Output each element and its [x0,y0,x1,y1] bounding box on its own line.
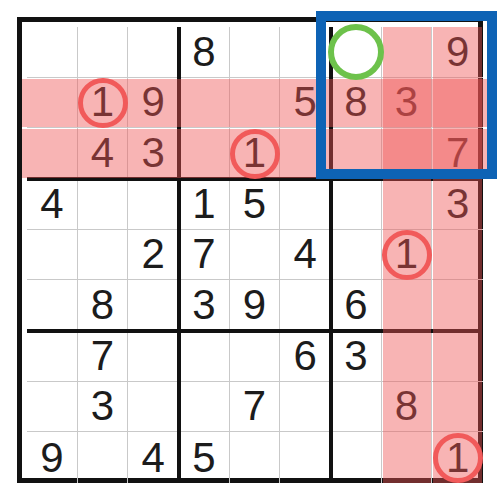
cell-r9c4[interactable]: 5 [179,432,230,483]
cell-r2c8[interactable]: 3 [382,78,433,129]
cell-r3c8[interactable] [382,128,433,179]
cell-r1c6[interactable] [280,27,331,78]
cell-r8c9[interactable] [432,382,483,433]
cell-r1c4[interactable]: 8 [179,27,230,78]
cell-r3c9[interactable]: 7 [432,128,483,179]
cell-r5c4[interactable]: 7 [179,230,230,281]
cell-r2c6[interactable]: 5 [280,78,331,129]
cell-r6c4[interactable]: 3 [179,280,230,331]
sudoku-grid: 891958343174153274183967633789451 [27,27,483,483]
cell-r8c2[interactable]: 3 [78,382,129,433]
cell-r5c8[interactable]: 1 [382,230,433,281]
cell-r8c3[interactable] [128,382,179,433]
cell-r4c5[interactable]: 5 [230,179,281,230]
cell-r4c4[interactable]: 1 [179,179,230,230]
cell-r9c3[interactable]: 4 [128,432,179,483]
cell-r2c3[interactable]: 9 [128,78,179,129]
cell-r9c9[interactable]: 1 [432,432,483,483]
cell-r6c8[interactable] [382,280,433,331]
cell-r1c5[interactable] [230,27,281,78]
cell-r9c1[interactable]: 9 [27,432,78,483]
cell-r7c8[interactable] [382,331,433,382]
cell-r7c6[interactable]: 6 [280,331,331,382]
cell-r8c4[interactable] [179,382,230,433]
cell-r4c6[interactable] [280,179,331,230]
cell-r4c3[interactable] [128,179,179,230]
cell-r3c1[interactable] [27,128,78,179]
sudoku-board: 891958343174153274183967633789451 [17,17,483,483]
cell-r6c2[interactable]: 8 [78,280,129,331]
cell-r7c4[interactable] [179,331,230,382]
block-divider-vertical-1 [177,27,181,483]
cell-r9c6[interactable] [280,432,331,483]
cell-r4c9[interactable]: 3 [432,179,483,230]
block-divider-horizontal-1 [27,177,483,181]
cell-r1c9[interactable]: 9 [432,27,483,78]
cell-r5c3[interactable]: 2 [128,230,179,281]
cell-r6c6[interactable] [280,280,331,331]
cell-r4c1[interactable]: 4 [27,179,78,230]
cell-r9c5[interactable] [230,432,281,483]
cell-r6c7[interactable]: 6 [331,280,382,331]
cell-r7c3[interactable] [128,331,179,382]
cell-r8c6[interactable] [280,382,331,433]
block-divider-vertical-2 [329,27,333,483]
cell-r6c9[interactable] [432,280,483,331]
cell-r3c7[interactable] [331,128,382,179]
cell-r7c5[interactable] [230,331,281,382]
cell-r9c8[interactable] [382,432,433,483]
cell-r2c2[interactable]: 1 [78,78,129,129]
cell-r4c7[interactable] [331,179,382,230]
cell-r5c2[interactable] [78,230,129,281]
cell-r6c3[interactable] [128,280,179,331]
cell-r5c9[interactable] [432,230,483,281]
cell-r5c5[interactable] [230,230,281,281]
cell-r5c7[interactable] [331,230,382,281]
sudoku-app: 891958343174153274183967633789451 [0,0,500,500]
cell-r3c2[interactable]: 4 [78,128,129,179]
cell-r8c8[interactable]: 8 [382,382,433,433]
cell-r3c6[interactable] [280,128,331,179]
cell-r2c5[interactable] [230,78,281,129]
cell-r8c7[interactable] [331,382,382,433]
cell-r2c1[interactable] [27,78,78,129]
cell-r7c9[interactable] [432,331,483,382]
cell-r1c1[interactable] [27,27,78,78]
cell-r4c8[interactable] [382,179,433,230]
cell-r6c1[interactable] [27,280,78,331]
block-divider-horizontal-2 [27,329,483,333]
cell-r8c1[interactable] [27,382,78,433]
cell-r9c7[interactable] [331,432,382,483]
cell-r1c7[interactable] [331,27,382,78]
cell-r2c7[interactable]: 8 [331,78,382,129]
cell-r7c1[interactable] [27,331,78,382]
cell-r3c4[interactable] [179,128,230,179]
cell-r6c5[interactable]: 9 [230,280,281,331]
cell-r3c5[interactable]: 1 [230,128,281,179]
cell-r5c6[interactable]: 4 [280,230,331,281]
cell-r4c2[interactable] [78,179,129,230]
cell-r5c1[interactable] [27,230,78,281]
cell-r7c7[interactable]: 3 [331,331,382,382]
cell-r7c2[interactable]: 7 [78,331,129,382]
cell-r2c9[interactable] [432,78,483,129]
cell-r9c2[interactable] [78,432,129,483]
cell-r2c4[interactable] [179,78,230,129]
cell-r1c8[interactable] [382,27,433,78]
cell-r8c5[interactable]: 7 [230,382,281,433]
cell-r1c3[interactable] [128,27,179,78]
cell-r3c3[interactable]: 3 [128,128,179,179]
cell-r1c2[interactable] [78,27,129,78]
